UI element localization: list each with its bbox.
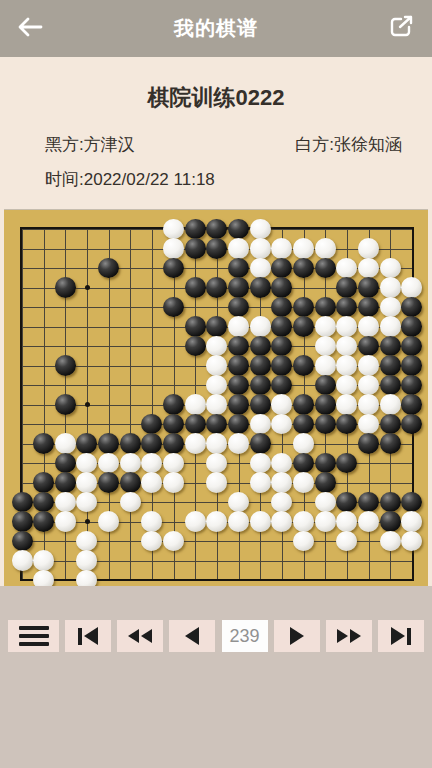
board-point-16-10[interactable] bbox=[358, 414, 380, 434]
board-point-9-15[interactable] bbox=[206, 512, 228, 532]
board-point-17-1[interactable] bbox=[379, 239, 401, 259]
board-point-8-16[interactable] bbox=[184, 531, 206, 551]
board-point-14-2[interactable] bbox=[314, 258, 336, 278]
board-point-12-15[interactable] bbox=[271, 512, 293, 532]
board-point-5-8[interactable] bbox=[119, 375, 141, 395]
board-point-8-1[interactable] bbox=[184, 239, 206, 259]
step-back-button[interactable] bbox=[169, 620, 215, 652]
board-point-2-8[interactable] bbox=[55, 375, 77, 395]
board-point-15-2[interactable] bbox=[336, 258, 358, 278]
board-point-9-5[interactable] bbox=[206, 317, 228, 337]
board-point-1-0[interactable] bbox=[33, 219, 55, 239]
board-point-17-14[interactable] bbox=[379, 492, 401, 512]
board-point-12-7[interactable] bbox=[271, 356, 293, 376]
board-point-8-0[interactable] bbox=[184, 219, 206, 239]
board-point-11-0[interactable] bbox=[249, 219, 271, 239]
board-point-9-8[interactable] bbox=[206, 375, 228, 395]
board-point-11-3[interactable] bbox=[249, 278, 271, 298]
board-point-0-2[interactable] bbox=[11, 258, 33, 278]
board-point-9-16[interactable] bbox=[206, 531, 228, 551]
board-point-12-2[interactable] bbox=[271, 258, 293, 278]
board-point-14-8[interactable] bbox=[314, 375, 336, 395]
board-point-16-7[interactable] bbox=[358, 356, 380, 376]
board-point-7-5[interactable] bbox=[163, 317, 185, 337]
board-point-6-17[interactable] bbox=[141, 551, 163, 571]
board-point-13-15[interactable] bbox=[293, 512, 315, 532]
board-point-2-14[interactable] bbox=[55, 492, 77, 512]
board-point-14-1[interactable] bbox=[314, 239, 336, 259]
board-point-4-0[interactable] bbox=[98, 219, 120, 239]
board-point-4-1[interactable] bbox=[98, 239, 120, 259]
board-point-15-15[interactable] bbox=[336, 512, 358, 532]
board-point-5-2[interactable] bbox=[119, 258, 141, 278]
board-point-15-16[interactable] bbox=[336, 531, 358, 551]
board-point-10-9[interactable] bbox=[228, 395, 250, 415]
board-point-18-1[interactable] bbox=[401, 239, 423, 259]
share-button[interactable] bbox=[374, 0, 430, 57]
board-point-16-14[interactable] bbox=[358, 492, 380, 512]
board-point-1-10[interactable] bbox=[33, 414, 55, 434]
board-point-2-1[interactable] bbox=[55, 239, 77, 259]
board-point-17-15[interactable] bbox=[379, 512, 401, 532]
board-point-2-15[interactable] bbox=[55, 512, 77, 532]
board-point-4-8[interactable] bbox=[98, 375, 120, 395]
board-point-17-7[interactable] bbox=[379, 356, 401, 376]
board-point-9-6[interactable] bbox=[206, 336, 228, 356]
board-point-2-3[interactable] bbox=[55, 278, 77, 298]
board-point-5-3[interactable] bbox=[119, 278, 141, 298]
board-point-9-14[interactable] bbox=[206, 492, 228, 512]
board-point-13-7[interactable] bbox=[293, 356, 315, 376]
board-point-12-11[interactable] bbox=[271, 434, 293, 454]
board-point-9-1[interactable] bbox=[206, 239, 228, 259]
board-point-15-14[interactable] bbox=[336, 492, 358, 512]
board-point-1-13[interactable] bbox=[33, 473, 55, 493]
board-point-9-3[interactable] bbox=[206, 278, 228, 298]
board-point-4-14[interactable] bbox=[98, 492, 120, 512]
board-point-10-15[interactable] bbox=[228, 512, 250, 532]
board-point-2-7[interactable] bbox=[55, 356, 77, 376]
board-point-4-12[interactable] bbox=[98, 453, 120, 473]
board-point-14-14[interactable] bbox=[314, 492, 336, 512]
board-point-5-11[interactable] bbox=[119, 434, 141, 454]
board-point-4-5[interactable] bbox=[98, 317, 120, 337]
board-point-3-16[interactable] bbox=[76, 531, 98, 551]
board-point-7-8[interactable] bbox=[163, 375, 185, 395]
board-point-6-12[interactable] bbox=[141, 453, 163, 473]
board-point-16-11[interactable] bbox=[358, 434, 380, 454]
board-point-13-8[interactable] bbox=[293, 375, 315, 395]
board-point-3-10[interactable] bbox=[76, 414, 98, 434]
board-point-8-5[interactable] bbox=[184, 317, 206, 337]
board-point-10-11[interactable] bbox=[228, 434, 250, 454]
board-point-4-10[interactable] bbox=[98, 414, 120, 434]
board-point-7-12[interactable] bbox=[163, 453, 185, 473]
board-point-0-3[interactable] bbox=[11, 278, 33, 298]
board-point-9-7[interactable] bbox=[206, 356, 228, 376]
board-point-10-3[interactable] bbox=[228, 278, 250, 298]
board-point-3-12[interactable] bbox=[76, 453, 98, 473]
board-point-1-11[interactable] bbox=[33, 434, 55, 454]
board-point-12-9[interactable] bbox=[271, 395, 293, 415]
go-board[interactable] bbox=[4, 209, 428, 587]
board-point-16-9[interactable] bbox=[358, 395, 380, 415]
board-point-0-16[interactable] bbox=[11, 531, 33, 551]
board-point-5-6[interactable] bbox=[119, 336, 141, 356]
board-point-4-2[interactable] bbox=[98, 258, 120, 278]
board-point-13-12[interactable] bbox=[293, 453, 315, 473]
board-point-4-7[interactable] bbox=[98, 356, 120, 376]
board-point-6-9[interactable] bbox=[141, 395, 163, 415]
board-point-7-17[interactable] bbox=[163, 551, 185, 571]
board-point-6-1[interactable] bbox=[141, 239, 163, 259]
board-point-3-9[interactable] bbox=[76, 395, 98, 415]
board-point-8-11[interactable] bbox=[184, 434, 206, 454]
board-point-17-12[interactable] bbox=[379, 453, 401, 473]
board-point-16-5[interactable] bbox=[358, 317, 380, 337]
board-point-0-10[interactable] bbox=[11, 414, 33, 434]
board-point-3-15[interactable] bbox=[76, 512, 98, 532]
board-point-2-13[interactable] bbox=[55, 473, 77, 493]
board-point-2-5[interactable] bbox=[55, 317, 77, 337]
board-point-18-9[interactable] bbox=[401, 395, 423, 415]
board-point-16-15[interactable] bbox=[358, 512, 380, 532]
board-point-13-16[interactable] bbox=[293, 531, 315, 551]
board-point-3-11[interactable] bbox=[76, 434, 98, 454]
board-point-18-11[interactable] bbox=[401, 434, 423, 454]
board-point-14-12[interactable] bbox=[314, 453, 336, 473]
board-point-17-3[interactable] bbox=[379, 278, 401, 298]
board-point-6-3[interactable] bbox=[141, 278, 163, 298]
board-point-0-0[interactable] bbox=[11, 219, 33, 239]
board-point-16-0[interactable] bbox=[358, 219, 380, 239]
board-point-14-13[interactable] bbox=[314, 473, 336, 493]
board-point-1-9[interactable] bbox=[33, 395, 55, 415]
board-point-0-12[interactable] bbox=[11, 453, 33, 473]
board-point-16-12[interactable] bbox=[358, 453, 380, 473]
board-point-13-14[interactable] bbox=[293, 492, 315, 512]
board-point-13-4[interactable] bbox=[293, 297, 315, 317]
board-point-11-4[interactable] bbox=[249, 297, 271, 317]
board-point-8-7[interactable] bbox=[184, 356, 206, 376]
board-point-3-13[interactable] bbox=[76, 473, 98, 493]
board-point-3-1[interactable] bbox=[76, 239, 98, 259]
board-point-10-5[interactable] bbox=[228, 317, 250, 337]
board-point-13-1[interactable] bbox=[293, 239, 315, 259]
board-point-5-5[interactable] bbox=[119, 317, 141, 337]
board-point-18-14[interactable] bbox=[401, 492, 423, 512]
board-point-14-15[interactable] bbox=[314, 512, 336, 532]
board-point-3-5[interactable] bbox=[76, 317, 98, 337]
board-point-3-17[interactable] bbox=[76, 551, 98, 571]
board-point-13-17[interactable] bbox=[293, 551, 315, 571]
board-point-5-16[interactable] bbox=[119, 531, 141, 551]
board-point-3-6[interactable] bbox=[76, 336, 98, 356]
board-point-10-7[interactable] bbox=[228, 356, 250, 376]
board-point-13-6[interactable] bbox=[293, 336, 315, 356]
board-point-7-10[interactable] bbox=[163, 414, 185, 434]
board-point-7-9[interactable] bbox=[163, 395, 185, 415]
board-point-7-0[interactable] bbox=[163, 219, 185, 239]
board-point-7-11[interactable] bbox=[163, 434, 185, 454]
board-point-15-12[interactable] bbox=[336, 453, 358, 473]
board-point-7-4[interactable] bbox=[163, 297, 185, 317]
board-point-12-13[interactable] bbox=[271, 473, 293, 493]
board-point-8-17[interactable] bbox=[184, 551, 206, 571]
board-point-13-13[interactable] bbox=[293, 473, 315, 493]
back-button[interactable] bbox=[2, 0, 58, 57]
board-point-10-14[interactable] bbox=[228, 492, 250, 512]
board-point-11-14[interactable] bbox=[249, 492, 271, 512]
board-point-0-15[interactable] bbox=[11, 512, 33, 532]
board-point-17-0[interactable] bbox=[379, 219, 401, 239]
board-point-1-4[interactable] bbox=[33, 297, 55, 317]
board-point-7-16[interactable] bbox=[163, 531, 185, 551]
board-point-7-14[interactable] bbox=[163, 492, 185, 512]
board-point-12-8[interactable] bbox=[271, 375, 293, 395]
board-point-9-11[interactable] bbox=[206, 434, 228, 454]
board-point-17-11[interactable] bbox=[379, 434, 401, 454]
board-point-4-4[interactable] bbox=[98, 297, 120, 317]
board-point-5-9[interactable] bbox=[119, 395, 141, 415]
menu-button[interactable] bbox=[8, 620, 59, 652]
board-point-1-16[interactable] bbox=[33, 531, 55, 551]
board-point-2-2[interactable] bbox=[55, 258, 77, 278]
board-point-14-0[interactable] bbox=[314, 219, 336, 239]
board-point-9-12[interactable] bbox=[206, 453, 228, 473]
board-point-11-10[interactable] bbox=[249, 414, 271, 434]
board-point-15-5[interactable] bbox=[336, 317, 358, 337]
board-point-10-4[interactable] bbox=[228, 297, 250, 317]
board-point-15-10[interactable] bbox=[336, 414, 358, 434]
board-point-4-6[interactable] bbox=[98, 336, 120, 356]
board-point-10-13[interactable] bbox=[228, 473, 250, 493]
board-point-18-3[interactable] bbox=[401, 278, 423, 298]
board-point-12-5[interactable] bbox=[271, 317, 293, 337]
board-point-10-10[interactable] bbox=[228, 414, 250, 434]
board-point-11-12[interactable] bbox=[249, 453, 271, 473]
board-point-15-8[interactable] bbox=[336, 375, 358, 395]
board-point-18-7[interactable] bbox=[401, 356, 423, 376]
board-point-4-13[interactable] bbox=[98, 473, 120, 493]
board-point-1-5[interactable] bbox=[33, 317, 55, 337]
board-point-4-16[interactable] bbox=[98, 531, 120, 551]
board-point-12-10[interactable] bbox=[271, 414, 293, 434]
board-point-13-3[interactable] bbox=[293, 278, 315, 298]
board-point-14-6[interactable] bbox=[314, 336, 336, 356]
board-point-1-1[interactable] bbox=[33, 239, 55, 259]
board-point-14-17[interactable] bbox=[314, 551, 336, 571]
board-point-17-9[interactable] bbox=[379, 395, 401, 415]
board-point-10-8[interactable] bbox=[228, 375, 250, 395]
board-point-6-11[interactable] bbox=[141, 434, 163, 454]
board-point-18-16[interactable] bbox=[401, 531, 423, 551]
board-point-6-14[interactable] bbox=[141, 492, 163, 512]
board-point-1-6[interactable] bbox=[33, 336, 55, 356]
board-point-18-2[interactable] bbox=[401, 258, 423, 278]
board-point-1-7[interactable] bbox=[33, 356, 55, 376]
board-point-16-13[interactable] bbox=[358, 473, 380, 493]
board-point-18-15[interactable] bbox=[401, 512, 423, 532]
board-point-11-16[interactable] bbox=[249, 531, 271, 551]
board-point-14-4[interactable] bbox=[314, 297, 336, 317]
board-point-10-2[interactable] bbox=[228, 258, 250, 278]
board-point-4-15[interactable] bbox=[98, 512, 120, 532]
board-point-4-11[interactable] bbox=[98, 434, 120, 454]
board-point-7-3[interactable] bbox=[163, 278, 185, 298]
board-point-13-11[interactable] bbox=[293, 434, 315, 454]
board-point-0-14[interactable] bbox=[11, 492, 33, 512]
board-point-0-13[interactable] bbox=[11, 473, 33, 493]
board-point-6-4[interactable] bbox=[141, 297, 163, 317]
board-point-0-9[interactable] bbox=[11, 395, 33, 415]
board-point-11-2[interactable] bbox=[249, 258, 271, 278]
board-point-14-10[interactable] bbox=[314, 414, 336, 434]
board-point-17-4[interactable] bbox=[379, 297, 401, 317]
board-point-9-10[interactable] bbox=[206, 414, 228, 434]
board-point-18-0[interactable] bbox=[401, 219, 423, 239]
board-point-8-6[interactable] bbox=[184, 336, 206, 356]
board-point-14-5[interactable] bbox=[314, 317, 336, 337]
board-point-16-1[interactable] bbox=[358, 239, 380, 259]
board-point-0-1[interactable] bbox=[11, 239, 33, 259]
board-point-13-0[interactable] bbox=[293, 219, 315, 239]
board-point-0-6[interactable] bbox=[11, 336, 33, 356]
board-point-11-7[interactable] bbox=[249, 356, 271, 376]
board-point-17-13[interactable] bbox=[379, 473, 401, 493]
board-point-10-1[interactable] bbox=[228, 239, 250, 259]
board-point-9-9[interactable] bbox=[206, 395, 228, 415]
board-point-18-5[interactable] bbox=[401, 317, 423, 337]
board-point-15-6[interactable] bbox=[336, 336, 358, 356]
board-point-3-0[interactable] bbox=[76, 219, 98, 239]
board-point-7-1[interactable] bbox=[163, 239, 185, 259]
board-point-13-5[interactable] bbox=[293, 317, 315, 337]
board-point-8-9[interactable] bbox=[184, 395, 206, 415]
board-point-1-3[interactable] bbox=[33, 278, 55, 298]
board-point-15-3[interactable] bbox=[336, 278, 358, 298]
board-point-15-4[interactable] bbox=[336, 297, 358, 317]
board-point-13-2[interactable] bbox=[293, 258, 315, 278]
board-point-11-5[interactable] bbox=[249, 317, 271, 337]
board-point-14-9[interactable] bbox=[314, 395, 336, 415]
board-point-12-14[interactable] bbox=[271, 492, 293, 512]
board-point-18-13[interactable] bbox=[401, 473, 423, 493]
board-point-14-7[interactable] bbox=[314, 356, 336, 376]
board-point-6-15[interactable] bbox=[141, 512, 163, 532]
board-point-3-8[interactable] bbox=[76, 375, 98, 395]
board-point-8-3[interactable] bbox=[184, 278, 206, 298]
board-point-13-10[interactable] bbox=[293, 414, 315, 434]
board-point-15-11[interactable] bbox=[336, 434, 358, 454]
board-point-3-7[interactable] bbox=[76, 356, 98, 376]
board-point-11-15[interactable] bbox=[249, 512, 271, 532]
board-point-7-13[interactable] bbox=[163, 473, 185, 493]
board-point-5-4[interactable] bbox=[119, 297, 141, 317]
board-point-2-17[interactable] bbox=[55, 551, 77, 571]
board-point-16-17[interactable] bbox=[358, 551, 380, 571]
board-point-3-2[interactable] bbox=[76, 258, 98, 278]
skip-to-start-button[interactable] bbox=[65, 620, 111, 652]
board-point-16-3[interactable] bbox=[358, 278, 380, 298]
board-point-2-12[interactable] bbox=[55, 453, 77, 473]
board-point-2-9[interactable] bbox=[55, 395, 77, 415]
step-forward-button[interactable] bbox=[274, 620, 320, 652]
board-point-8-4[interactable] bbox=[184, 297, 206, 317]
board-point-8-15[interactable] bbox=[184, 512, 206, 532]
board-point-15-17[interactable] bbox=[336, 551, 358, 571]
fast-forward-button[interactable] bbox=[326, 620, 372, 652]
board-point-11-9[interactable] bbox=[249, 395, 271, 415]
board-point-9-13[interactable] bbox=[206, 473, 228, 493]
board-point-16-2[interactable] bbox=[358, 258, 380, 278]
board-point-5-0[interactable] bbox=[119, 219, 141, 239]
board-point-15-9[interactable] bbox=[336, 395, 358, 415]
board-point-9-17[interactable] bbox=[206, 551, 228, 571]
board-point-18-12[interactable] bbox=[401, 453, 423, 473]
board-point-0-17[interactable] bbox=[11, 551, 33, 571]
board-point-7-6[interactable] bbox=[163, 336, 185, 356]
board-point-11-6[interactable] bbox=[249, 336, 271, 356]
board-point-5-1[interactable] bbox=[119, 239, 141, 259]
board-point-17-2[interactable] bbox=[379, 258, 401, 278]
board-point-0-8[interactable] bbox=[11, 375, 33, 395]
board-point-4-3[interactable] bbox=[98, 278, 120, 298]
board-point-18-10[interactable] bbox=[401, 414, 423, 434]
board-point-12-1[interactable] bbox=[271, 239, 293, 259]
board-point-1-17[interactable] bbox=[33, 551, 55, 571]
board-point-1-12[interactable] bbox=[33, 453, 55, 473]
board-point-16-8[interactable] bbox=[358, 375, 380, 395]
board-point-0-4[interactable] bbox=[11, 297, 33, 317]
board-point-6-0[interactable] bbox=[141, 219, 163, 239]
board-point-11-1[interactable] bbox=[249, 239, 271, 259]
board-point-10-12[interactable] bbox=[228, 453, 250, 473]
board-point-14-3[interactable] bbox=[314, 278, 336, 298]
board-point-9-2[interactable] bbox=[206, 258, 228, 278]
board-point-12-12[interactable] bbox=[271, 453, 293, 473]
board-point-0-7[interactable] bbox=[11, 356, 33, 376]
board-point-5-7[interactable] bbox=[119, 356, 141, 376]
board-point-18-8[interactable] bbox=[401, 375, 423, 395]
board-point-14-11[interactable] bbox=[314, 434, 336, 454]
board-point-8-10[interactable] bbox=[184, 414, 206, 434]
board-point-6-16[interactable] bbox=[141, 531, 163, 551]
board-point-6-2[interactable] bbox=[141, 258, 163, 278]
board-point-16-16[interactable] bbox=[358, 531, 380, 551]
board-point-5-10[interactable] bbox=[119, 414, 141, 434]
board-point-5-14[interactable] bbox=[119, 492, 141, 512]
board-point-17-10[interactable] bbox=[379, 414, 401, 434]
board-point-8-13[interactable] bbox=[184, 473, 206, 493]
board-point-14-16[interactable] bbox=[314, 531, 336, 551]
board-point-6-5[interactable] bbox=[141, 317, 163, 337]
board-point-8-8[interactable] bbox=[184, 375, 206, 395]
board-point-6-6[interactable] bbox=[141, 336, 163, 356]
board-point-0-5[interactable] bbox=[11, 317, 33, 337]
board-point-15-7[interactable] bbox=[336, 356, 358, 376]
board-point-6-8[interactable] bbox=[141, 375, 163, 395]
board-point-2-6[interactable] bbox=[55, 336, 77, 356]
board-point-2-10[interactable] bbox=[55, 414, 77, 434]
fast-rewind-button[interactable] bbox=[117, 620, 163, 652]
board-point-1-2[interactable] bbox=[33, 258, 55, 278]
board-point-8-2[interactable] bbox=[184, 258, 206, 278]
board-point-3-4[interactable] bbox=[76, 297, 98, 317]
board-point-0-11[interactable] bbox=[11, 434, 33, 454]
board-point-17-5[interactable] bbox=[379, 317, 401, 337]
board-point-11-13[interactable] bbox=[249, 473, 271, 493]
